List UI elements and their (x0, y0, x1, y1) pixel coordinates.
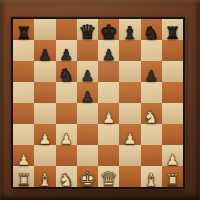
black-pawn[interactable]: ♟ (59, 48, 72, 63)
square-h5[interactable] (162, 82, 183, 103)
square-h7[interactable] (162, 40, 183, 61)
square-d3[interactable] (77, 124, 98, 145)
square-h6[interactable] (162, 61, 183, 82)
square-a1[interactable]: ♜ (13, 166, 34, 187)
square-e2[interactable] (98, 145, 119, 166)
white-pawn[interactable]: ♟ (102, 111, 115, 126)
white-pawn[interactable]: ♟ (38, 132, 51, 147)
square-g1[interactable]: ♝ (141, 166, 162, 187)
square-h1[interactable]: ♜ (162, 166, 183, 187)
square-b1[interactable]: ♝ (34, 166, 55, 187)
square-a3[interactable] (13, 124, 34, 145)
square-b4[interactable] (34, 103, 55, 124)
white-knight[interactable]: ♞ (58, 171, 74, 189)
black-king[interactable]: ♚ (100, 22, 118, 42)
chess-board[interactable]: ♜♛♚♝♞♜♟♟♟♞♟♟♟♟♞♟♟♟♟♟♜♝♞♚♛♝♜ (11, 17, 185, 189)
square-a7[interactable] (13, 40, 34, 61)
white-pawn[interactable]: ♟ (59, 132, 72, 147)
white-bishop[interactable]: ♝ (143, 171, 159, 189)
square-c2[interactable] (56, 145, 77, 166)
square-h2[interactable]: ♟ (162, 145, 183, 166)
black-rook[interactable]: ♜ (16, 25, 31, 42)
square-e8[interactable]: ♚ (98, 19, 119, 40)
black-knight[interactable]: ♞ (58, 66, 74, 84)
white-pawn[interactable]: ♟ (17, 153, 30, 168)
square-a5[interactable] (13, 82, 34, 103)
square-g8[interactable]: ♞ (141, 19, 162, 40)
white-bishop[interactable]: ♝ (37, 171, 53, 189)
white-queen[interactable]: ♛ (100, 169, 118, 189)
square-e5[interactable] (98, 82, 119, 103)
square-d5[interactable]: ♟ (77, 82, 98, 103)
square-e4[interactable]: ♟ (98, 103, 119, 124)
square-g4[interactable]: ♞ (141, 103, 162, 124)
square-a4[interactable] (13, 103, 34, 124)
square-f5[interactable] (119, 82, 140, 103)
black-pawn[interactable]: ♟ (144, 69, 157, 84)
white-knight[interactable]: ♞ (143, 108, 159, 126)
square-e1[interactable]: ♛ (98, 166, 119, 187)
square-b5[interactable] (34, 82, 55, 103)
square-a2[interactable]: ♟ (13, 145, 34, 166)
square-a8[interactable]: ♜ (13, 19, 34, 40)
square-c8[interactable] (56, 19, 77, 40)
square-c3[interactable]: ♟ (56, 124, 77, 145)
square-f7[interactable] (119, 40, 140, 61)
square-a6[interactable] (13, 61, 34, 82)
white-rook[interactable]: ♜ (165, 172, 180, 189)
square-h8[interactable]: ♜ (162, 19, 183, 40)
black-knight[interactable]: ♞ (143, 24, 159, 42)
square-d6[interactable]: ♟ (77, 61, 98, 82)
square-c6[interactable]: ♞ (56, 61, 77, 82)
black-rook[interactable]: ♜ (165, 25, 180, 42)
square-f2[interactable] (119, 145, 140, 166)
square-d1[interactable]: ♚ (77, 166, 98, 187)
square-b8[interactable] (34, 19, 55, 40)
square-d8[interactable]: ♛ (77, 19, 98, 40)
square-c5[interactable] (56, 82, 77, 103)
square-f1[interactable] (119, 166, 140, 187)
square-b3[interactable]: ♟ (34, 124, 55, 145)
square-c7[interactable]: ♟ (56, 40, 77, 61)
square-g2[interactable] (141, 145, 162, 166)
square-g7[interactable] (141, 40, 162, 61)
square-b7[interactable]: ♟ (34, 40, 55, 61)
white-pawn[interactable]: ♟ (166, 153, 179, 168)
black-bishop[interactable]: ♝ (122, 24, 138, 42)
black-pawn[interactable]: ♟ (81, 90, 94, 105)
square-g5[interactable] (141, 82, 162, 103)
square-f3[interactable]: ♟ (119, 124, 140, 145)
square-c1[interactable]: ♞ (56, 166, 77, 187)
chess-app-screen: ♜♛♚♝♞♜♟♟♟♞♟♟♟♟♞♟♟♟♟♟♜♝♞♚♛♝♜ (0, 0, 200, 200)
white-rook[interactable]: ♜ (16, 172, 31, 189)
square-f6[interactable] (119, 61, 140, 82)
square-d4[interactable] (77, 103, 98, 124)
white-pawn[interactable]: ♟ (123, 132, 136, 147)
square-h4[interactable] (162, 103, 183, 124)
square-h3[interactable] (162, 124, 183, 145)
square-e3[interactable] (98, 124, 119, 145)
black-pawn[interactable]: ♟ (81, 69, 94, 84)
square-g3[interactable] (141, 124, 162, 145)
square-c4[interactable] (56, 103, 77, 124)
black-queen[interactable]: ♛ (78, 22, 96, 42)
square-f4[interactable] (119, 103, 140, 124)
square-b6[interactable] (34, 61, 55, 82)
black-pawn[interactable]: ♟ (38, 48, 51, 63)
white-king[interactable]: ♚ (78, 169, 96, 189)
square-g6[interactable]: ♟ (141, 61, 162, 82)
square-e6[interactable] (98, 61, 119, 82)
square-f8[interactable]: ♝ (119, 19, 140, 40)
square-b2[interactable] (34, 145, 55, 166)
square-d2[interactable] (77, 145, 98, 166)
black-pawn[interactable]: ♟ (102, 48, 115, 63)
